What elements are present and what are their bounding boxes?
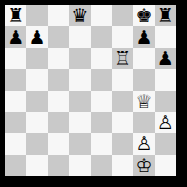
square-d7[interactable]: [69, 26, 90, 47]
square-d2[interactable]: [69, 133, 90, 154]
square-g6[interactable]: [133, 48, 154, 69]
square-a4[interactable]: [5, 91, 26, 112]
square-b4[interactable]: [26, 91, 47, 112]
square-e7[interactable]: [91, 26, 112, 47]
square-e8[interactable]: [91, 5, 112, 26]
square-e1[interactable]: [91, 155, 112, 176]
square-f7[interactable]: [112, 26, 133, 47]
square-e2[interactable]: [91, 133, 112, 154]
square-e5[interactable]: [91, 69, 112, 90]
square-h6[interactable]: ♟: [155, 48, 176, 69]
square-g4[interactable]: ♕: [133, 91, 154, 112]
white-rook: ♖: [114, 48, 131, 67]
square-d4[interactable]: [69, 91, 90, 112]
square-a2[interactable]: [5, 133, 26, 154]
square-f3[interactable]: [112, 112, 133, 133]
square-a8[interactable]: ♜: [5, 5, 26, 26]
square-c5[interactable]: [48, 69, 69, 90]
square-e4[interactable]: [91, 91, 112, 112]
square-c8[interactable]: [48, 5, 69, 26]
square-b7[interactable]: ♟: [26, 26, 47, 47]
square-d1[interactable]: [69, 155, 90, 176]
square-b5[interactable]: [26, 69, 47, 90]
square-h8[interactable]: ♜: [155, 5, 176, 26]
square-a7[interactable]: ♟: [5, 26, 26, 47]
square-h1[interactable]: [155, 155, 176, 176]
square-c1[interactable]: [48, 155, 69, 176]
square-c7[interactable]: [48, 26, 69, 47]
square-h7[interactable]: [155, 26, 176, 47]
black-rook: ♜: [157, 6, 174, 25]
square-d5[interactable]: [69, 69, 90, 90]
black-pawn: ♟: [7, 27, 24, 46]
square-f8[interactable]: [112, 5, 133, 26]
black-pawn: ♟: [157, 48, 174, 67]
black-pawn: ♟: [135, 27, 152, 46]
square-b3[interactable]: [26, 112, 47, 133]
square-g8[interactable]: ♚: [133, 5, 154, 26]
square-b2[interactable]: [26, 133, 47, 154]
square-e3[interactable]: [91, 112, 112, 133]
square-c3[interactable]: [48, 112, 69, 133]
white-queen: ♕: [135, 91, 152, 110]
black-pawn: ♟: [29, 27, 46, 46]
square-h5[interactable]: [155, 69, 176, 90]
square-h3[interactable]: ♙: [155, 112, 176, 133]
square-a5[interactable]: [5, 69, 26, 90]
square-a1[interactable]: [5, 155, 26, 176]
square-d8[interactable]: ♛: [69, 5, 90, 26]
square-g7[interactable]: ♟: [133, 26, 154, 47]
square-f6[interactable]: ♖: [112, 48, 133, 69]
square-f4[interactable]: [112, 91, 133, 112]
square-b1[interactable]: [26, 155, 47, 176]
square-h2[interactable]: [155, 133, 176, 154]
black-king: ♚: [135, 6, 152, 25]
square-g2[interactable]: ♙: [133, 133, 154, 154]
chess-board-frame: ♜♛♚♜♟♟♟♖♟♕♙♙♔: [0, 0, 187, 187]
square-g3[interactable]: [133, 112, 154, 133]
chess-board: ♜♛♚♜♟♟♟♖♟♕♙♙♔: [5, 5, 176, 176]
square-a6[interactable]: [5, 48, 26, 69]
black-rook: ♜: [7, 6, 24, 25]
square-h4[interactable]: [155, 91, 176, 112]
square-f5[interactable]: [112, 69, 133, 90]
square-f1[interactable]: [112, 155, 133, 176]
square-d3[interactable]: [69, 112, 90, 133]
white-king: ♔: [135, 155, 152, 174]
square-b6[interactable]: [26, 48, 47, 69]
white-pawn: ♙: [135, 134, 152, 153]
square-e6[interactable]: [91, 48, 112, 69]
square-a3[interactable]: [5, 112, 26, 133]
square-d6[interactable]: [69, 48, 90, 69]
square-g1[interactable]: ♔: [133, 155, 154, 176]
square-b8[interactable]: [26, 5, 47, 26]
square-c6[interactable]: [48, 48, 69, 69]
square-c4[interactable]: [48, 91, 69, 112]
white-pawn: ♙: [157, 113, 174, 132]
square-g5[interactable]: [133, 69, 154, 90]
black-queen: ♛: [71, 6, 88, 25]
square-f2[interactable]: [112, 133, 133, 154]
square-c2[interactable]: [48, 133, 69, 154]
